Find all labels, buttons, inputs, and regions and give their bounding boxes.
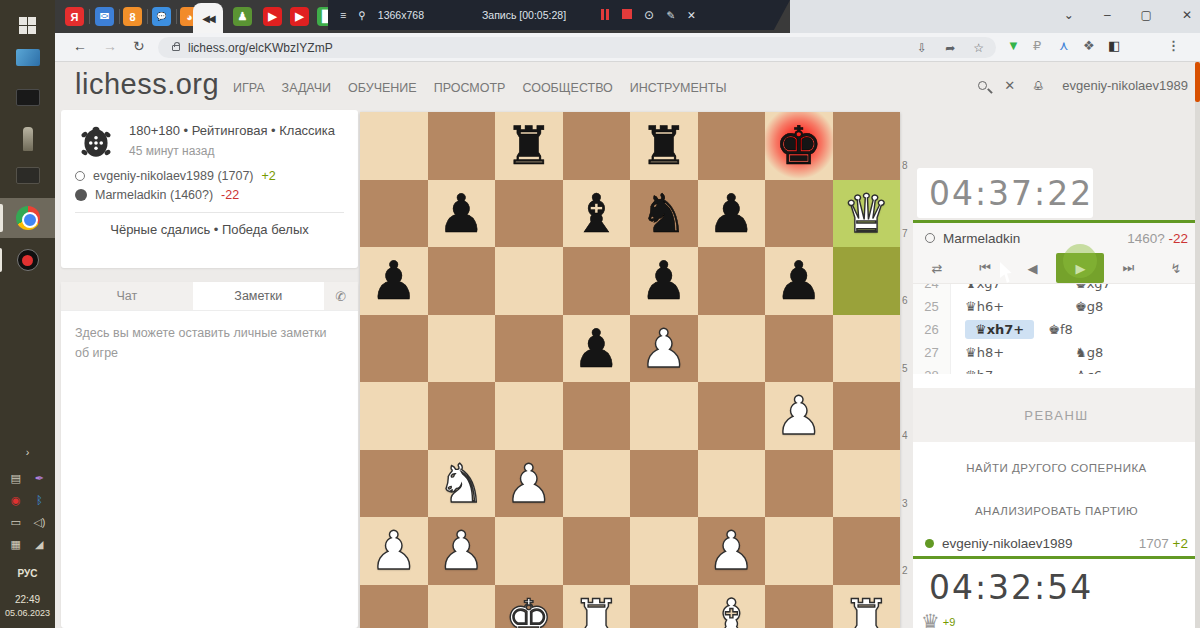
white-bishop-f1[interactable]: ♝ bbox=[698, 585, 766, 628]
square-b8[interactable] bbox=[428, 112, 496, 180]
tab-separator bbox=[147, 9, 148, 24]
turtle-classical-icon bbox=[75, 122, 117, 164]
taskbar-app-chrome[interactable] bbox=[0, 202, 55, 234]
chrome-icon bbox=[16, 206, 40, 230]
white-pawn-a2[interactable]: ♟ bbox=[360, 517, 428, 585]
square-c4[interactable] bbox=[495, 382, 563, 450]
chat-notes-card: Чат Заметки ✆ Здесь вы можете оставить л… bbox=[61, 282, 358, 628]
black-bishop-d7[interactable]: ♝ bbox=[563, 180, 631, 248]
square-b6[interactable] bbox=[428, 247, 496, 315]
square-f6[interactable] bbox=[698, 247, 766, 315]
square-d8[interactable] bbox=[563, 112, 631, 180]
move-row-27: 27♛h8+♞g8 bbox=[913, 341, 1200, 364]
page-scrollbar[interactable] bbox=[1195, 62, 1200, 628]
recorder-resolution: 1366х768 bbox=[378, 9, 424, 21]
move-25-w[interactable]: ♛h6+ bbox=[951, 299, 1061, 314]
tab-messenger[interactable]: 💬 bbox=[152, 7, 171, 26]
tab-lichess[interactable]: ♟ bbox=[233, 7, 252, 26]
square-c7[interactable] bbox=[495, 180, 563, 248]
taskbar: › ▤✒◉ᛒ▭◁)▦◢ РУС 22:49 05.06.2023 bbox=[0, 0, 55, 628]
phone-icon[interactable]: ✆ bbox=[324, 282, 358, 310]
white-panel-delta: +2 bbox=[1173, 536, 1188, 551]
square-h1[interactable]: ♜ bbox=[833, 585, 901, 628]
taskbar-app-recorder[interactable] bbox=[0, 246, 55, 274]
chart-icon[interactable]: ▦ bbox=[11, 538, 21, 551]
recorder-menu-icon[interactable]: ≡ bbox=[340, 9, 346, 21]
tab-youtube-2[interactable]: ▶ bbox=[290, 7, 309, 26]
tray-expand-chevron[interactable]: › bbox=[0, 444, 55, 460]
recorder-close-icon[interactable]: ✕ bbox=[687, 9, 696, 21]
square-c5[interactable] bbox=[495, 315, 563, 383]
move-number: 24 bbox=[913, 284, 951, 295]
square-e4[interactable] bbox=[630, 382, 698, 450]
black-clock: 04:37:22 bbox=[917, 168, 1093, 218]
last-move-button[interactable]: ⏭ bbox=[1104, 253, 1152, 283]
nav-learn[interactable]: ОБУЧЕНИЕ bbox=[348, 81, 417, 95]
black-pawn-e6[interactable]: ♟ bbox=[630, 247, 698, 315]
move-24-w[interactable]: ♝xg7 bbox=[951, 284, 1061, 291]
analysis-button[interactable]: ↯ bbox=[1152, 253, 1200, 283]
square-f7[interactable]: ♟ bbox=[698, 180, 766, 248]
square-e6[interactable]: ♟ bbox=[630, 247, 698, 315]
black-pawn-g6[interactable]: ♟ bbox=[765, 247, 833, 315]
recorder-status: Запись [00:05:28] bbox=[482, 9, 566, 21]
white-pawn-e5[interactable]: ♟ bbox=[630, 315, 698, 383]
tab-separator bbox=[176, 9, 177, 24]
black-player-row[interactable]: Marmeladkin (1460?) -22 bbox=[75, 188, 344, 202]
black-pawn-f7[interactable]: ♟ bbox=[698, 180, 766, 248]
tab-search-chevron[interactable]: ⌄ bbox=[1064, 8, 1074, 22]
move-row-25: 25♛h6+♚g8 bbox=[913, 295, 1200, 318]
square-b1[interactable] bbox=[428, 585, 496, 628]
white-player-panel-row[interactable]: evgeniy-nikolaev1989 1707 +2 bbox=[913, 530, 1200, 556]
active-tab-icon: ◀◀ bbox=[202, 13, 213, 24]
white-pawn-g4[interactable]: ♟ bbox=[765, 382, 833, 450]
square-d5[interactable]: ♟ bbox=[563, 315, 631, 383]
recorder-pin-icon[interactable]: ⚲ bbox=[358, 9, 366, 21]
game-info-card: 180+180 • Рейтинговая • Классика 45 мину… bbox=[61, 110, 358, 268]
rank-coord-8: 8 bbox=[902, 160, 914, 171]
square-d2[interactable] bbox=[563, 517, 631, 585]
clock-time[interactable]: 22:49 bbox=[0, 594, 55, 605]
square-f5[interactable] bbox=[698, 315, 766, 383]
move-27-b[interactable]: ♞g8 bbox=[1061, 345, 1171, 360]
white-knight-b3[interactable]: ♞ bbox=[428, 450, 496, 518]
white-rook-d1[interactable]: ♜ bbox=[563, 585, 631, 628]
square-d3[interactable] bbox=[563, 450, 631, 518]
square-b5[interactable] bbox=[428, 315, 496, 383]
move-number: 25 bbox=[913, 295, 951, 318]
white-pawn-b2[interactable]: ♟ bbox=[428, 517, 496, 585]
record-icon bbox=[17, 249, 39, 271]
square-g6[interactable]: ♟ bbox=[765, 247, 833, 315]
move-number: 27 bbox=[913, 341, 951, 364]
move-row-26: 26♛xh7+♚f8 bbox=[913, 318, 1200, 341]
black-panel-name: Marmeladkin bbox=[943, 231, 1020, 246]
square-h4[interactable] bbox=[833, 382, 901, 450]
reload-button[interactable]: ↻ bbox=[133, 38, 145, 54]
square-h3[interactable] bbox=[833, 450, 901, 518]
taskbar-app-photos[interactable] bbox=[0, 44, 55, 70]
white-color-icon bbox=[75, 171, 85, 181]
desktop-screen: › ▤✒◉ᛒ▭◁)▦◢ РУС 22:49 05.06.2023 Я✉8💬◕♟▶… bbox=[0, 0, 1200, 628]
nav-tools[interactable]: ИНСТРУМЕНТЫ bbox=[630, 81, 727, 95]
square-c6[interactable] bbox=[495, 247, 563, 315]
challenge-cross-icon[interactable]: ✕ bbox=[1004, 78, 1015, 93]
square-h6[interactable] bbox=[833, 247, 901, 315]
window-controls: ⌄ – ▢ ✕ bbox=[1064, 0, 1192, 30]
move-controls: ⇄⏮◀▶⏭↯ bbox=[913, 253, 1200, 284]
white-pawn-c3[interactable]: ♟ bbox=[495, 450, 563, 518]
square-a2[interactable]: ♟ bbox=[360, 517, 428, 585]
notes-placeholder[interactable]: Здесь вы можете оставить личные заметки … bbox=[61, 311, 358, 375]
move-27-w[interactable]: ♛h8+ bbox=[951, 345, 1061, 360]
square-d7[interactable]: ♝ bbox=[563, 180, 631, 248]
window-icon[interactable]: ▤ bbox=[11, 472, 21, 485]
square-e5[interactable]: ♟ bbox=[630, 315, 698, 383]
lock-icon[interactable] bbox=[172, 45, 180, 51]
move-number: 28 bbox=[913, 364, 951, 374]
picture-icon bbox=[16, 167, 40, 184]
square-c3[interactable]: ♟ bbox=[495, 450, 563, 518]
square-a6[interactable]: ♟ bbox=[360, 247, 428, 315]
minimize-button[interactable]: – bbox=[1104, 8, 1111, 22]
black-knight-e7[interactable]: ♞ bbox=[630, 180, 698, 248]
square-f4[interactable] bbox=[698, 382, 766, 450]
nav-puzzles[interactable]: ЗАДАЧИ bbox=[282, 81, 331, 95]
square-h5[interactable] bbox=[833, 315, 901, 383]
record-dot-icon[interactable]: ◉ bbox=[11, 494, 21, 507]
dark-image-icon bbox=[16, 89, 40, 106]
system-tray: ▤✒◉ᛒ▭◁)▦◢ bbox=[4, 472, 51, 551]
draw-pencil-icon[interactable]: ✎ bbox=[666, 9, 675, 21]
bookmark-star-icon[interactable]: ☆ bbox=[973, 41, 984, 55]
black-rook-c8[interactable]: ♜ bbox=[495, 112, 563, 180]
move-row-28: 28♛h7♝c6 bbox=[913, 364, 1200, 374]
square-c8[interactable]: ♜ bbox=[495, 112, 563, 180]
square-e7[interactable]: ♞ bbox=[630, 180, 698, 248]
square-d1[interactable]: ♜ bbox=[563, 585, 631, 628]
square-a1[interactable] bbox=[360, 585, 428, 628]
speaker-icon[interactable]: ◁) bbox=[33, 516, 45, 529]
move-28-w[interactable]: ♛h7 bbox=[951, 368, 1061, 374]
black-player-name: Marmeladkin (1460?) bbox=[95, 188, 213, 202]
square-b3[interactable]: ♞ bbox=[428, 450, 496, 518]
green-separator-bottom bbox=[913, 556, 1200, 559]
black-panel-delta: -22 bbox=[1168, 231, 1188, 246]
forward-button[interactable]: → bbox=[103, 38, 117, 54]
square-g5[interactable] bbox=[765, 315, 833, 383]
bluetooth-icon[interactable]: ᛒ bbox=[36, 494, 43, 507]
notification-bell-icon[interactable]: 🕭 bbox=[1032, 78, 1045, 93]
black-rook-e8[interactable]: ♜ bbox=[630, 112, 698, 180]
tab-separator bbox=[119, 9, 120, 24]
black-pawn-d5[interactable]: ♟ bbox=[563, 315, 631, 383]
address-bar[interactable]: lichess.org/elcKWbzIYZmP ⇩➦☆ bbox=[158, 37, 996, 58]
white-panel-rating: 1707 bbox=[1139, 536, 1169, 551]
white-rook-h1[interactable]: ♜ bbox=[833, 585, 901, 628]
battery-icon[interactable]: ▭ bbox=[11, 516, 21, 529]
black-color-icon bbox=[75, 189, 87, 201]
photo-thumbnail-icon bbox=[16, 49, 40, 66]
vpn-shield-icon[interactable]: ▼ bbox=[1007, 38, 1020, 53]
browser-tab-strip: Я✉8💬◕♟▶▶▊ ◀◀ ≡ ⚲ 1366х768 Запись [00:05:… bbox=[55, 0, 1200, 33]
prev-move-button[interactable]: ◀ bbox=[1009, 253, 1057, 283]
white-panel-name: evgeniy-nikolaev1989 bbox=[942, 536, 1073, 551]
close-button[interactable]: ✕ bbox=[1182, 8, 1192, 22]
tab-ok[interactable]: 8 bbox=[123, 7, 142, 26]
black-rating-delta: -22 bbox=[221, 188, 239, 202]
square-a3[interactable] bbox=[360, 450, 428, 518]
move-26-w[interactable]: ♛xh7+ bbox=[965, 320, 1034, 339]
sidebar-icon[interactable]: ◧ bbox=[1108, 38, 1120, 53]
white-pawn-f2[interactable]: ♟ bbox=[698, 517, 766, 585]
white-clock: 04:32:54 bbox=[917, 562, 1093, 612]
pause-recording-button[interactable] bbox=[600, 9, 610, 22]
browser-toolbar: ← → ↻ lichess.org/elcKWbzIYZmP ⇩➦☆ ▼₽⋏❖◧… bbox=[55, 33, 1200, 62]
black-player-panel-row[interactable]: Marmeladkin 1460? -22 bbox=[913, 223, 1200, 253]
square-b4[interactable] bbox=[428, 382, 496, 450]
nav-community[interactable]: СООБЩЕСТВО bbox=[522, 81, 612, 95]
move-list[interactable]: 24♝xg7♚xg725♛h6+♚g826♛xh7+♚f827♛h8+♞g828… bbox=[913, 284, 1200, 374]
square-h8[interactable] bbox=[833, 112, 901, 180]
square-d6[interactable] bbox=[563, 247, 631, 315]
square-a7[interactable] bbox=[360, 180, 428, 248]
next-move-button[interactable]: ▶ bbox=[1056, 253, 1104, 283]
move-26-b[interactable]: ♚f8 bbox=[1034, 322, 1144, 337]
rematch-button[interactable]: РЕВАНШ bbox=[913, 388, 1200, 442]
tab-chat[interactable]: Чат bbox=[61, 282, 193, 310]
square-f2[interactable]: ♟ bbox=[698, 517, 766, 585]
square-g4[interactable]: ♟ bbox=[765, 382, 833, 450]
move-row-24: 24♝xg7♚xg7 bbox=[913, 284, 1200, 295]
square-g7[interactable] bbox=[765, 180, 833, 248]
game-result: Чёрные сдались • Победа белых bbox=[75, 222, 344, 237]
tab-yandex[interactable]: Я bbox=[65, 7, 84, 26]
black-pawn-b7[interactable]: ♟ bbox=[428, 180, 496, 248]
square-a8[interactable] bbox=[360, 112, 428, 180]
restore-button[interactable]: ▢ bbox=[1141, 8, 1152, 22]
flip-board-button[interactable]: ⇄ bbox=[913, 253, 961, 283]
square-c2[interactable] bbox=[495, 517, 563, 585]
square-f1[interactable]: ♝ bbox=[698, 585, 766, 628]
start-button[interactable] bbox=[0, 10, 55, 40]
taskbar-app-figure[interactable] bbox=[0, 124, 55, 154]
tab-notes[interactable]: Заметки bbox=[193, 282, 325, 310]
stop-recording-button[interactable] bbox=[622, 9, 632, 21]
move-number: 26 bbox=[913, 318, 951, 341]
online-status-icon bbox=[925, 539, 934, 548]
url-text[interactable]: lichess.org/elcKWbzIYZmP bbox=[188, 41, 333, 55]
ruble-ext-icon[interactable]: ₽ bbox=[1033, 38, 1041, 53]
black-panel-rating: 1460? bbox=[1127, 231, 1165, 246]
taskbar-app-picture[interactable] bbox=[0, 162, 55, 188]
tab-youtube-1[interactable]: ▶ bbox=[263, 7, 282, 26]
nav-play[interactable]: ИГРА bbox=[233, 81, 265, 95]
scrollbar-thumb[interactable] bbox=[1195, 62, 1200, 102]
square-h2[interactable] bbox=[833, 517, 901, 585]
tab-separator bbox=[89, 9, 90, 24]
square-e1[interactable] bbox=[630, 585, 698, 628]
square-b7[interactable]: ♟ bbox=[428, 180, 496, 248]
square-f3[interactable] bbox=[698, 450, 766, 518]
square-e8[interactable]: ♜ bbox=[630, 112, 698, 180]
square-a4[interactable] bbox=[360, 382, 428, 450]
game-played-ago[interactable]: 45 минут назад bbox=[129, 143, 335, 160]
active-tab[interactable]: ◀◀ bbox=[193, 3, 223, 33]
chess-board[interactable]: ♜♜♚♟♝♞♟♛♟♟♟♟♟♟♞♟♟♟♟♚♜♝♜ bbox=[360, 112, 900, 628]
white-king-c1[interactable]: ♚ bbox=[495, 585, 563, 628]
lichess-page: lichess.org ИГРА ЗАДАЧИ ОБУЧЕНИЕ ПРОСМОТ… bbox=[55, 62, 1200, 628]
material-score: +9 bbox=[943, 616, 956, 628]
captured-pieces: ♛ +9 bbox=[921, 610, 955, 628]
extensions-puzzle-icon[interactable]: ❖ bbox=[1083, 38, 1095, 53]
square-g2[interactable] bbox=[765, 517, 833, 585]
move-28-b[interactable]: ♝c6 bbox=[1061, 368, 1171, 374]
square-f8[interactable] bbox=[698, 112, 766, 180]
pen-icon[interactable]: ✒ bbox=[35, 472, 44, 485]
white-queen-h7[interactable]: ♛ bbox=[833, 180, 901, 248]
clock-date[interactable]: 05.06.2023 bbox=[0, 608, 55, 618]
move-25-b[interactable]: ♚g8 bbox=[1061, 299, 1171, 314]
header-right: ✕ 🕭 evgeniy-nikolaev1989 bbox=[978, 78, 1188, 93]
black-pawn-a6[interactable]: ♟ bbox=[360, 247, 428, 315]
white-rating-delta: +2 bbox=[262, 169, 276, 183]
nav-watch[interactable]: ПРОСМОТР bbox=[434, 81, 506, 95]
black-king-g8[interactable]: ♚ bbox=[765, 112, 833, 180]
taskbar-app-image-viewer[interactable] bbox=[0, 84, 55, 110]
white-player-name: evgeniy-nikolaev1989 (1707) bbox=[93, 169, 254, 183]
main-nav: ИГРА ЗАДАЧИ ОБУЧЕНИЕ ПРОСМОТР СООБЩЕСТВО… bbox=[233, 81, 727, 95]
offline-status-icon bbox=[925, 233, 935, 243]
share-icon[interactable]: ➦ bbox=[945, 41, 955, 55]
network-icon[interactable]: ◢ bbox=[35, 538, 43, 551]
analyze-button[interactable]: АНАЛИЗИРОВАТЬ ПАРТИЮ bbox=[913, 505, 1200, 517]
square-g1[interactable] bbox=[765, 585, 833, 628]
tab-mail[interactable]: ✉ bbox=[95, 7, 114, 26]
header-username[interactable]: evgeniy-nikolaev1989 bbox=[1062, 78, 1188, 93]
square-d4[interactable] bbox=[563, 382, 631, 450]
statue-icon bbox=[23, 127, 33, 151]
square-g8[interactable]: ♚ bbox=[765, 112, 833, 180]
new-opponent-button[interactable]: НАЙТИ ДРУГОГО СОПЕРНИКА bbox=[913, 462, 1200, 474]
browser-menu-dots[interactable]: ⋮ bbox=[1167, 38, 1180, 53]
screenshot-camera-icon[interactable]: ⊙ bbox=[644, 8, 654, 22]
square-e3[interactable] bbox=[630, 450, 698, 518]
square-e2[interactable] bbox=[630, 517, 698, 585]
square-c1[interactable]: ♚ bbox=[495, 585, 563, 628]
translate-ext-icon[interactable]: ⋏ bbox=[1059, 38, 1069, 53]
move-24-b[interactable]: ♚xg7 bbox=[1061, 284, 1171, 291]
game-time-control: 180+180 • Рейтинговая • Классика bbox=[129, 122, 335, 141]
square-h7[interactable]: ♛ bbox=[833, 180, 901, 248]
back-button[interactable]: ← bbox=[73, 38, 87, 54]
square-a5[interactable] bbox=[360, 315, 428, 383]
square-b2[interactable]: ♟ bbox=[428, 517, 496, 585]
captured-queen-icon: ♛ bbox=[921, 610, 940, 628]
site-logo[interactable]: lichess.org bbox=[75, 68, 219, 101]
search-icon[interactable] bbox=[978, 81, 987, 90]
download-icon[interactable]: ⇩ bbox=[917, 41, 927, 55]
white-player-row[interactable]: evgeniy-nikolaev1989 (1707) +2 bbox=[75, 169, 344, 183]
windows-logo-icon bbox=[19, 17, 36, 34]
language-indicator[interactable]: РУС bbox=[0, 568, 55, 579]
screen-recorder-bar: ≡ ⚲ 1366х768 Запись [00:05:28] ⊙ ✎ ✕ bbox=[328, 0, 790, 30]
square-g3[interactable] bbox=[765, 450, 833, 518]
